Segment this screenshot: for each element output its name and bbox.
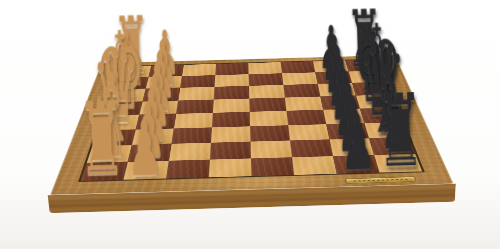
square-g6[interactable] — [282, 72, 318, 85]
square-g3[interactable] — [180, 75, 215, 88]
brass-nameplate — [345, 176, 417, 183]
square-d3[interactable] — [174, 113, 213, 128]
white-rook[interactable]: ♜ — [77, 99, 126, 180]
square-a2[interactable]: ♟ — [123, 160, 168, 179]
square-a4[interactable] — [209, 158, 252, 177]
square-b5[interactable] — [250, 140, 292, 158]
square-a3[interactable] — [166, 159, 210, 178]
square-a6[interactable] — [292, 156, 337, 175]
square-c6[interactable] — [288, 124, 329, 140]
square-e3[interactable] — [176, 99, 214, 113]
chess-board: ♜♟♟♜♞♟♟♞♝♟♟♝♚♟♟♚♛♟♟♛♝♟♟♝♞♟♟♞♜♟♟♜ — [50, 55, 453, 195]
square-d5[interactable] — [250, 111, 288, 126]
square-d4[interactable] — [212, 112, 250, 127]
square-g5[interactable] — [249, 73, 284, 86]
square-a8[interactable]: ♜ — [374, 154, 422, 173]
black-pawn[interactable]: ♟ — [339, 111, 376, 173]
square-f3[interactable] — [178, 87, 214, 101]
square-c3[interactable] — [171, 127, 211, 144]
black-rook[interactable]: ♜ — [375, 91, 424, 172]
square-g4[interactable] — [215, 74, 249, 87]
square-e5[interactable] — [249, 97, 286, 111]
square-f6[interactable] — [283, 84, 320, 97]
chess-scene: ♜♟♟♜♞♟♟♞♝♟♟♝♚♟♟♚♛♟♟♛♝♟♟♝♞♟♟♞♜♟♟♜ — [0, 0, 500, 249]
board-grid: ♜♟♟♜♞♟♟♞♝♟♟♝♚♟♟♚♛♟♟♛♝♟♟♝♞♟♟♞♜♟♟♜ — [78, 59, 425, 182]
square-e4[interactable] — [213, 98, 250, 112]
square-b6[interactable] — [290, 139, 333, 157]
square-e6[interactable] — [285, 96, 323, 110]
square-b4[interactable] — [210, 142, 251, 160]
square-b3[interactable] — [169, 143, 211, 161]
board-front-edge — [48, 184, 456, 213]
square-a7[interactable]: ♟ — [333, 155, 379, 174]
square-a5[interactable] — [251, 157, 294, 176]
photo-backdrop: ♜♟♟♜♞♟♟♞♝♟♟♝♚♟♟♚♛♟♟♛♝♟♟♝♞♟♟♞♜♟♟♜ — [0, 0, 500, 249]
square-d6[interactable] — [286, 110, 326, 125]
white-pawn[interactable]: ♟ — [125, 117, 162, 179]
square-f5[interactable] — [249, 85, 285, 98]
square-a1[interactable]: ♜ — [81, 162, 128, 181]
square-f4[interactable] — [214, 86, 250, 100]
square-c5[interactable] — [250, 125, 290, 141]
scene-tilt: ♜♟♟♜♞♟♟♞♝♟♟♝♚♟♟♚♛♟♟♛♝♟♟♝♞♟♟♞♜♟♟♜ — [0, 0, 500, 249]
square-c4[interactable] — [211, 126, 251, 143]
